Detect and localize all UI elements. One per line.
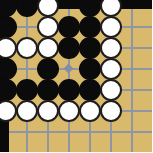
stone-white bbox=[79, 100, 101, 122]
go-board[interactable] bbox=[0, 0, 152, 152]
stone-white bbox=[100, 37, 122, 59]
stone-white bbox=[58, 100, 80, 122]
stone-black bbox=[79, 0, 101, 17]
stone-white bbox=[100, 16, 122, 38]
stone-black bbox=[0, 79, 17, 101]
board-grid-line-vertical bbox=[26, 0, 28, 152]
star-point bbox=[64, 64, 74, 74]
stone-black bbox=[58, 16, 80, 38]
stone-white bbox=[37, 16, 59, 38]
stone-white bbox=[37, 100, 59, 122]
stone-white bbox=[100, 79, 122, 101]
board-grid-line-horizontal bbox=[0, 131, 152, 133]
stone-black bbox=[79, 58, 101, 80]
stone-black bbox=[37, 79, 59, 101]
board-grid-line-horizontal bbox=[0, 68, 152, 70]
stone-black bbox=[0, 16, 17, 38]
stone-black bbox=[37, 58, 59, 80]
board-grid-line-vertical bbox=[131, 0, 133, 152]
stone-black bbox=[79, 37, 101, 59]
stone-white bbox=[16, 100, 38, 122]
stone-white bbox=[37, 0, 59, 17]
stone-black bbox=[79, 79, 101, 101]
stone-black bbox=[58, 79, 80, 101]
stone-black bbox=[0, 58, 17, 80]
board-grid-line-vertical bbox=[152, 0, 153, 152]
stone-white bbox=[100, 0, 122, 17]
stone-black bbox=[58, 37, 80, 59]
board-grid-line-horizontal bbox=[0, 152, 152, 153]
stone-white bbox=[100, 100, 122, 122]
stone-white bbox=[16, 37, 38, 59]
stone-black bbox=[16, 0, 38, 17]
stone-black bbox=[16, 79, 38, 101]
stone-white bbox=[0, 37, 17, 59]
stone-white bbox=[100, 58, 122, 80]
stone-white bbox=[37, 37, 59, 59]
stone-black bbox=[0, 0, 17, 17]
stone-black bbox=[79, 16, 101, 38]
stone-white bbox=[0, 100, 17, 122]
